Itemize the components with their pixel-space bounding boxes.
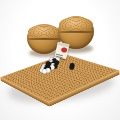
white-stone[interactable]: ●	[42, 68, 48, 74]
stones-layer: ●●●●●●●●●●●●●●●●●●●●●●●●●	[0, 0, 120, 120]
black-stone[interactable]: ●	[69, 63, 75, 69]
scene: ●●●●●●●●●●●●●●●●●●●●●●●●●	[0, 0, 120, 120]
